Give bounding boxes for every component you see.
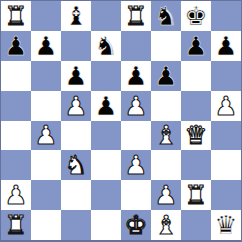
white-rook-icon: ♜ — [4, 3, 27, 29]
black-pawn-icon: ♟ — [34, 33, 57, 59]
white-pawn-icon: ♟ — [214, 93, 237, 119]
square-b6[interactable] — [31, 61, 61, 91]
square-d3[interactable] — [91, 150, 121, 180]
square-a6[interactable] — [1, 61, 31, 91]
square-e3[interactable]: ♟ — [121, 150, 151, 180]
square-e7[interactable] — [121, 31, 151, 61]
square-b3[interactable] — [31, 150, 61, 180]
square-g6[interactable] — [181, 61, 211, 91]
square-f6[interactable]: ♟ — [151, 61, 181, 91]
black-knight-icon: ♞ — [154, 3, 177, 29]
square-g4[interactable]: ♛ — [181, 121, 211, 151]
square-e4[interactable] — [121, 121, 151, 151]
square-a7[interactable]: ♟ — [1, 31, 31, 61]
square-b7[interactable]: ♟ — [31, 31, 61, 61]
white-pawn-icon: ♟ — [124, 93, 147, 119]
square-g3[interactable] — [181, 150, 211, 180]
square-f3[interactable] — [151, 150, 181, 180]
square-e6[interactable]: ♟ — [121, 61, 151, 91]
square-a3[interactable] — [1, 150, 31, 180]
square-a4[interactable] — [1, 121, 31, 151]
white-king-icon: ♚ — [124, 212, 147, 238]
white-pawn-icon: ♟ — [34, 122, 57, 148]
black-pawn-icon: ♟ — [64, 63, 87, 89]
square-f5[interactable] — [151, 91, 181, 121]
square-h6[interactable] — [211, 61, 241, 91]
square-a8[interactable]: ♜ — [1, 1, 31, 31]
square-b4[interactable]: ♟ — [31, 121, 61, 151]
white-pawn-icon: ♟ — [154, 182, 177, 208]
square-h2[interactable] — [211, 180, 241, 210]
white-bishop-icon: ♝ — [154, 122, 177, 148]
chess-board: ♜♝♜♞♚♟♟♞♟♟♟♟♟♟♟♟♟♟♝♛♞♟♟♟♜♜♚♝♛ — [0, 0, 242, 242]
black-pawn-icon: ♟ — [4, 33, 27, 59]
square-g7[interactable]: ♟ — [181, 31, 211, 61]
square-e2[interactable] — [121, 180, 151, 210]
square-d4[interactable] — [91, 121, 121, 151]
square-f8[interactable]: ♞ — [151, 1, 181, 31]
square-h3[interactable] — [211, 150, 241, 180]
square-c6[interactable]: ♟ — [61, 61, 91, 91]
white-rook-icon: ♜ — [4, 212, 27, 238]
square-b8[interactable] — [31, 1, 61, 31]
black-pawn-icon: ♟ — [184, 33, 207, 59]
square-a5[interactable] — [1, 91, 31, 121]
square-f2[interactable]: ♟ — [151, 180, 181, 210]
square-a1[interactable]: ♜ — [1, 210, 31, 240]
square-c5[interactable]: ♟ — [61, 91, 91, 121]
square-c2[interactable] — [61, 180, 91, 210]
square-g5[interactable] — [181, 91, 211, 121]
white-pawn-icon: ♟ — [124, 152, 147, 178]
black-pawn-icon: ♟ — [94, 93, 117, 119]
black-knight-icon: ♞ — [94, 33, 117, 59]
white-pawn-icon: ♟ — [4, 182, 27, 208]
square-c7[interactable] — [61, 31, 91, 61]
square-a2[interactable]: ♟ — [1, 180, 31, 210]
white-rook-icon: ♜ — [184, 182, 207, 208]
square-d7[interactable]: ♞ — [91, 31, 121, 61]
square-e5[interactable]: ♟ — [121, 91, 151, 121]
white-knight-icon: ♞ — [64, 152, 87, 178]
square-g1[interactable] — [181, 210, 211, 240]
square-h7[interactable]: ♟ — [211, 31, 241, 61]
square-d6[interactable] — [91, 61, 121, 91]
black-pawn-icon: ♟ — [154, 63, 177, 89]
square-c1[interactable] — [61, 210, 91, 240]
square-c4[interactable] — [61, 121, 91, 151]
white-queen-icon: ♛ — [184, 122, 207, 148]
white-pawn-icon: ♟ — [64, 93, 87, 119]
square-b5[interactable] — [31, 91, 61, 121]
square-f7[interactable] — [151, 31, 181, 61]
square-d5[interactable]: ♟ — [91, 91, 121, 121]
square-d1[interactable] — [91, 210, 121, 240]
square-g8[interactable]: ♚ — [181, 1, 211, 31]
square-g2[interactable]: ♜ — [181, 180, 211, 210]
square-f4[interactable]: ♝ — [151, 121, 181, 151]
black-king-icon: ♚ — [184, 3, 207, 29]
white-bishop-icon: ♝ — [154, 212, 177, 238]
square-c8[interactable]: ♝ — [61, 1, 91, 31]
square-c3[interactable]: ♞ — [61, 150, 91, 180]
square-h8[interactable] — [211, 1, 241, 31]
square-e8[interactable]: ♜ — [121, 1, 151, 31]
square-b2[interactable] — [31, 180, 61, 210]
black-pawn-icon: ♟ — [214, 33, 237, 59]
square-b1[interactable] — [31, 210, 61, 240]
square-h5[interactable]: ♟ — [211, 91, 241, 121]
square-f1[interactable]: ♝ — [151, 210, 181, 240]
black-bishop-icon: ♝ — [64, 3, 87, 29]
black-pawn-icon: ♟ — [124, 63, 147, 89]
black-queen-icon: ♛ — [214, 212, 237, 238]
square-h4[interactable] — [211, 121, 241, 151]
square-h1[interactable]: ♛ — [211, 210, 241, 240]
square-e1[interactable]: ♚ — [121, 210, 151, 240]
square-d2[interactable] — [91, 180, 121, 210]
square-d8[interactable] — [91, 1, 121, 31]
white-rook-icon: ♜ — [124, 3, 147, 29]
